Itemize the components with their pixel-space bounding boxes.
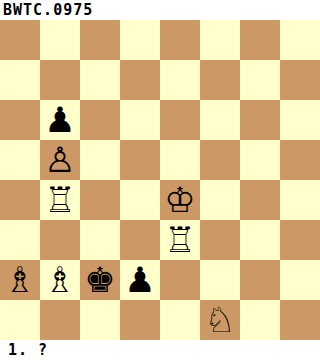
square-b6[interactable]: ♟ <box>40 100 80 140</box>
diagram-title: BWTC.0975 <box>0 0 320 20</box>
square-d8[interactable] <box>120 20 160 60</box>
square-b8[interactable] <box>40 20 80 60</box>
square-d5[interactable] <box>120 140 160 180</box>
square-g7[interactable] <box>240 60 280 100</box>
square-e2[interactable] <box>160 260 200 300</box>
chess-diagram-window: BWTC.0975 ♟♙♖♔♖♗♗♚♟♘ 1. ? <box>0 0 320 360</box>
square-a4[interactable] <box>0 180 40 220</box>
square-d7[interactable] <box>120 60 160 100</box>
square-e7[interactable] <box>160 60 200 100</box>
square-a7[interactable] <box>0 60 40 100</box>
square-a8[interactable] <box>0 20 40 60</box>
square-c8[interactable] <box>80 20 120 60</box>
square-f8[interactable] <box>200 20 240 60</box>
square-g1[interactable] <box>240 300 280 340</box>
square-e5[interactable] <box>160 140 200 180</box>
square-b2[interactable]: ♗ <box>40 260 80 300</box>
square-g3[interactable] <box>240 220 280 260</box>
square-h6[interactable] <box>280 100 320 140</box>
square-a5[interactable] <box>0 140 40 180</box>
chess-board: ♟♙♖♔♖♗♗♚♟♘ <box>0 20 320 340</box>
square-h1[interactable] <box>280 300 320 340</box>
square-e1[interactable] <box>160 300 200 340</box>
square-f5[interactable] <box>200 140 240 180</box>
square-c7[interactable] <box>80 60 120 100</box>
piece-black-pawn-d2: ♟ <box>124 260 155 300</box>
square-b4[interactable]: ♖ <box>40 180 80 220</box>
square-g2[interactable] <box>240 260 280 300</box>
square-f1[interactable]: ♘ <box>200 300 240 340</box>
piece-white-rook-e3: ♖ <box>164 220 195 260</box>
square-e3[interactable]: ♖ <box>160 220 200 260</box>
square-c4[interactable] <box>80 180 120 220</box>
square-c2[interactable]: ♚ <box>80 260 120 300</box>
square-g4[interactable] <box>240 180 280 220</box>
square-f3[interactable] <box>200 220 240 260</box>
square-d2[interactable]: ♟ <box>120 260 160 300</box>
square-h5[interactable] <box>280 140 320 180</box>
square-c5[interactable] <box>80 140 120 180</box>
square-d6[interactable] <box>120 100 160 140</box>
square-b7[interactable] <box>40 60 80 100</box>
square-h3[interactable] <box>280 220 320 260</box>
square-h8[interactable] <box>280 20 320 60</box>
square-d1[interactable] <box>120 300 160 340</box>
square-d4[interactable] <box>120 180 160 220</box>
square-g5[interactable] <box>240 140 280 180</box>
square-c3[interactable] <box>80 220 120 260</box>
square-f7[interactable] <box>200 60 240 100</box>
square-g8[interactable] <box>240 20 280 60</box>
square-a1[interactable] <box>0 300 40 340</box>
piece-black-king-c2: ♚ <box>84 260 115 300</box>
square-e6[interactable] <box>160 100 200 140</box>
square-b3[interactable] <box>40 220 80 260</box>
square-c1[interactable] <box>80 300 120 340</box>
square-c6[interactable] <box>80 100 120 140</box>
piece-white-pawn-b5: ♙ <box>44 140 75 180</box>
square-f2[interactable] <box>200 260 240 300</box>
square-h4[interactable] <box>280 180 320 220</box>
square-e8[interactable] <box>160 20 200 60</box>
square-h2[interactable] <box>280 260 320 300</box>
square-f6[interactable] <box>200 100 240 140</box>
square-a3[interactable] <box>0 220 40 260</box>
move-prompt: 1. ? <box>0 340 320 360</box>
square-f4[interactable] <box>200 180 240 220</box>
piece-white-bishop-a2: ♗ <box>4 260 35 300</box>
piece-white-knight-f1: ♘ <box>204 300 235 340</box>
piece-white-rook-b4: ♖ <box>44 180 75 220</box>
piece-white-bishop-b2: ♗ <box>44 260 75 300</box>
square-b5[interactable]: ♙ <box>40 140 80 180</box>
square-e4[interactable]: ♔ <box>160 180 200 220</box>
square-b1[interactable] <box>40 300 80 340</box>
square-a2[interactable]: ♗ <box>0 260 40 300</box>
piece-white-king-e4: ♔ <box>164 180 195 220</box>
piece-black-pawn-b6: ♟ <box>44 100 75 140</box>
square-a6[interactable] <box>0 100 40 140</box>
square-g6[interactable] <box>240 100 280 140</box>
square-d3[interactable] <box>120 220 160 260</box>
square-h7[interactable] <box>280 60 320 100</box>
